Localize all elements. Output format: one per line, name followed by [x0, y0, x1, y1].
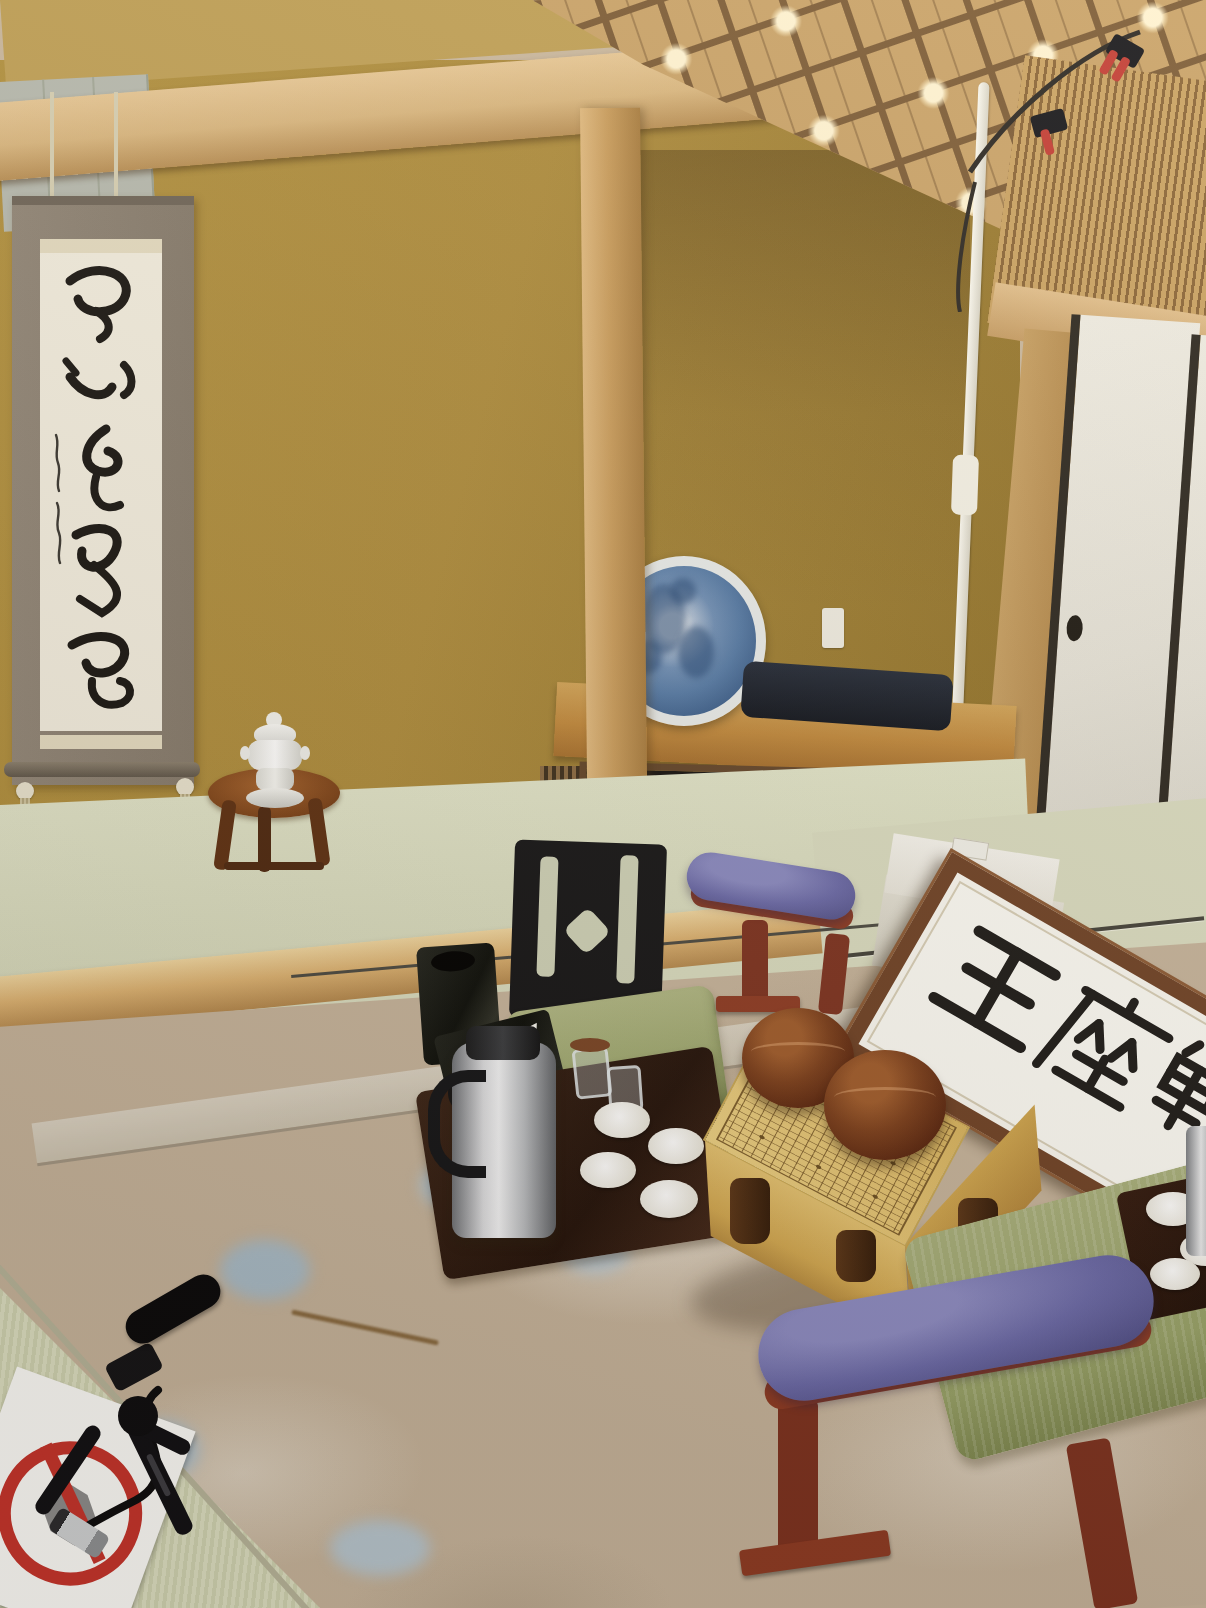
carpet-flower — [330, 1520, 430, 1576]
scroll-band — [40, 239, 162, 253]
goban-leg — [836, 1230, 876, 1282]
scroll-cord — [114, 92, 118, 207]
scroll-roller — [4, 762, 200, 777]
armrest-leg — [778, 1400, 818, 1560]
glass-lid — [570, 1038, 610, 1052]
porcelain-censer — [238, 712, 312, 808]
wall-outlet — [822, 608, 844, 648]
hanging-scroll: 澄心得好観 — [12, 196, 194, 785]
door-pull — [1066, 615, 1084, 642]
goban-leg — [730, 1178, 770, 1244]
thermos-lid — [466, 1026, 540, 1060]
chair-cutout-diamond — [563, 907, 611, 955]
saucer — [580, 1152, 636, 1188]
tripod-hub — [118, 1396, 158, 1436]
saucer — [648, 1128, 704, 1164]
photo-go-match-room: 澄心得好観 — [0, 0, 1206, 1608]
go-stone-bowl — [824, 1050, 946, 1160]
scroll-band — [40, 735, 162, 749]
scroll-calligraphy — [40, 253, 162, 731]
carpet-flower — [220, 1240, 310, 1300]
scroll-paper: 澄心得好観 — [40, 253, 162, 731]
chair-cutout — [536, 856, 558, 977]
saucer — [640, 1180, 698, 1218]
pole-joint — [951, 455, 979, 516]
armrest-leg — [742, 920, 768, 1006]
chair-cutout — [616, 855, 638, 984]
tokonoma-pillar — [580, 108, 648, 869]
saucer — [1150, 1258, 1200, 1290]
stand-stretcher — [224, 862, 324, 870]
scroll-cord — [50, 92, 54, 207]
saucer — [594, 1102, 650, 1138]
thermos-jug-2 — [1186, 1126, 1206, 1256]
thermos-handle — [428, 1070, 486, 1178]
rig-cables — [900, 0, 1206, 312]
